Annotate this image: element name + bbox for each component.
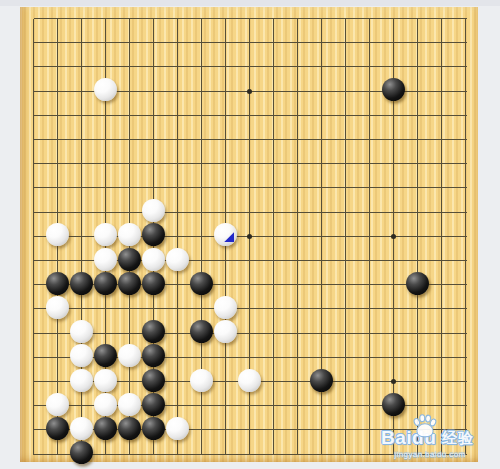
black-stone bbox=[190, 320, 213, 343]
grid-line-horizontal bbox=[34, 212, 467, 213]
grid-line-horizontal bbox=[34, 66, 467, 67]
white-stone bbox=[94, 78, 117, 101]
black-stone bbox=[118, 248, 141, 271]
go-board[interactable] bbox=[20, 7, 478, 462]
star-point bbox=[391, 379, 396, 384]
black-stone bbox=[142, 223, 165, 246]
grid-line-horizontal bbox=[34, 454, 467, 455]
white-stone bbox=[118, 344, 141, 367]
white-stone bbox=[190, 369, 213, 392]
white-stone bbox=[94, 369, 117, 392]
star-point bbox=[391, 234, 396, 239]
white-stone bbox=[166, 417, 189, 440]
grid-line-vertical bbox=[417, 19, 418, 456]
black-stone bbox=[46, 272, 69, 295]
black-stone bbox=[46, 417, 69, 440]
black-stone bbox=[190, 272, 213, 295]
black-stone bbox=[94, 417, 117, 440]
black-stone bbox=[382, 393, 405, 416]
last-move-marker-icon bbox=[224, 232, 234, 242]
black-stone bbox=[142, 320, 165, 343]
black-stone bbox=[310, 369, 333, 392]
black-stone bbox=[142, 417, 165, 440]
star-point bbox=[247, 89, 252, 94]
white-stone bbox=[142, 199, 165, 222]
white-stone bbox=[118, 223, 141, 246]
black-stone bbox=[142, 369, 165, 392]
grid-line-vertical bbox=[369, 19, 370, 456]
white-stone bbox=[46, 296, 69, 319]
white-stone bbox=[118, 393, 141, 416]
white-stone bbox=[70, 369, 93, 392]
grid-line-vertical bbox=[177, 19, 178, 456]
grid-line-horizontal bbox=[34, 18, 467, 19]
black-stone bbox=[94, 272, 117, 295]
black-stone bbox=[70, 441, 93, 464]
white-stone bbox=[46, 223, 69, 246]
grid-line-horizontal bbox=[34, 308, 467, 309]
grid-line-vertical bbox=[345, 19, 346, 456]
grid-line-vertical bbox=[441, 19, 442, 456]
grid-line-horizontal bbox=[34, 42, 467, 43]
black-stone bbox=[70, 272, 93, 295]
grid-line-horizontal bbox=[34, 333, 467, 334]
star-point bbox=[247, 234, 252, 239]
white-stone bbox=[94, 223, 117, 246]
grid-line-vertical bbox=[273, 19, 274, 456]
black-stone bbox=[382, 78, 405, 101]
black-stone bbox=[406, 272, 429, 295]
white-stone bbox=[166, 248, 189, 271]
screenshot-background: Baidu 经验 jingyan.baidu.com bbox=[0, 0, 500, 469]
black-stone bbox=[94, 344, 117, 367]
grid-line-horizontal bbox=[34, 115, 467, 116]
black-stone bbox=[142, 344, 165, 367]
black-stone bbox=[142, 272, 165, 295]
black-stone bbox=[118, 272, 141, 295]
grid-line-horizontal bbox=[34, 187, 467, 188]
black-stone bbox=[118, 417, 141, 440]
white-stone bbox=[214, 296, 237, 319]
white-stone bbox=[46, 393, 69, 416]
white-stone bbox=[214, 320, 237, 343]
grid-line-horizontal bbox=[34, 139, 467, 140]
white-stone bbox=[94, 393, 117, 416]
grid-line-vertical bbox=[297, 19, 298, 456]
white-stone bbox=[238, 369, 261, 392]
white-stone bbox=[142, 248, 165, 271]
black-stone bbox=[142, 393, 165, 416]
grid-line-vertical bbox=[33, 19, 34, 456]
grid-line-horizontal bbox=[34, 163, 467, 164]
grid-line-vertical bbox=[465, 19, 466, 456]
white-stone bbox=[70, 344, 93, 367]
white-stone bbox=[70, 417, 93, 440]
white-stone bbox=[214, 223, 237, 246]
white-stone bbox=[94, 248, 117, 271]
white-stone bbox=[70, 320, 93, 343]
